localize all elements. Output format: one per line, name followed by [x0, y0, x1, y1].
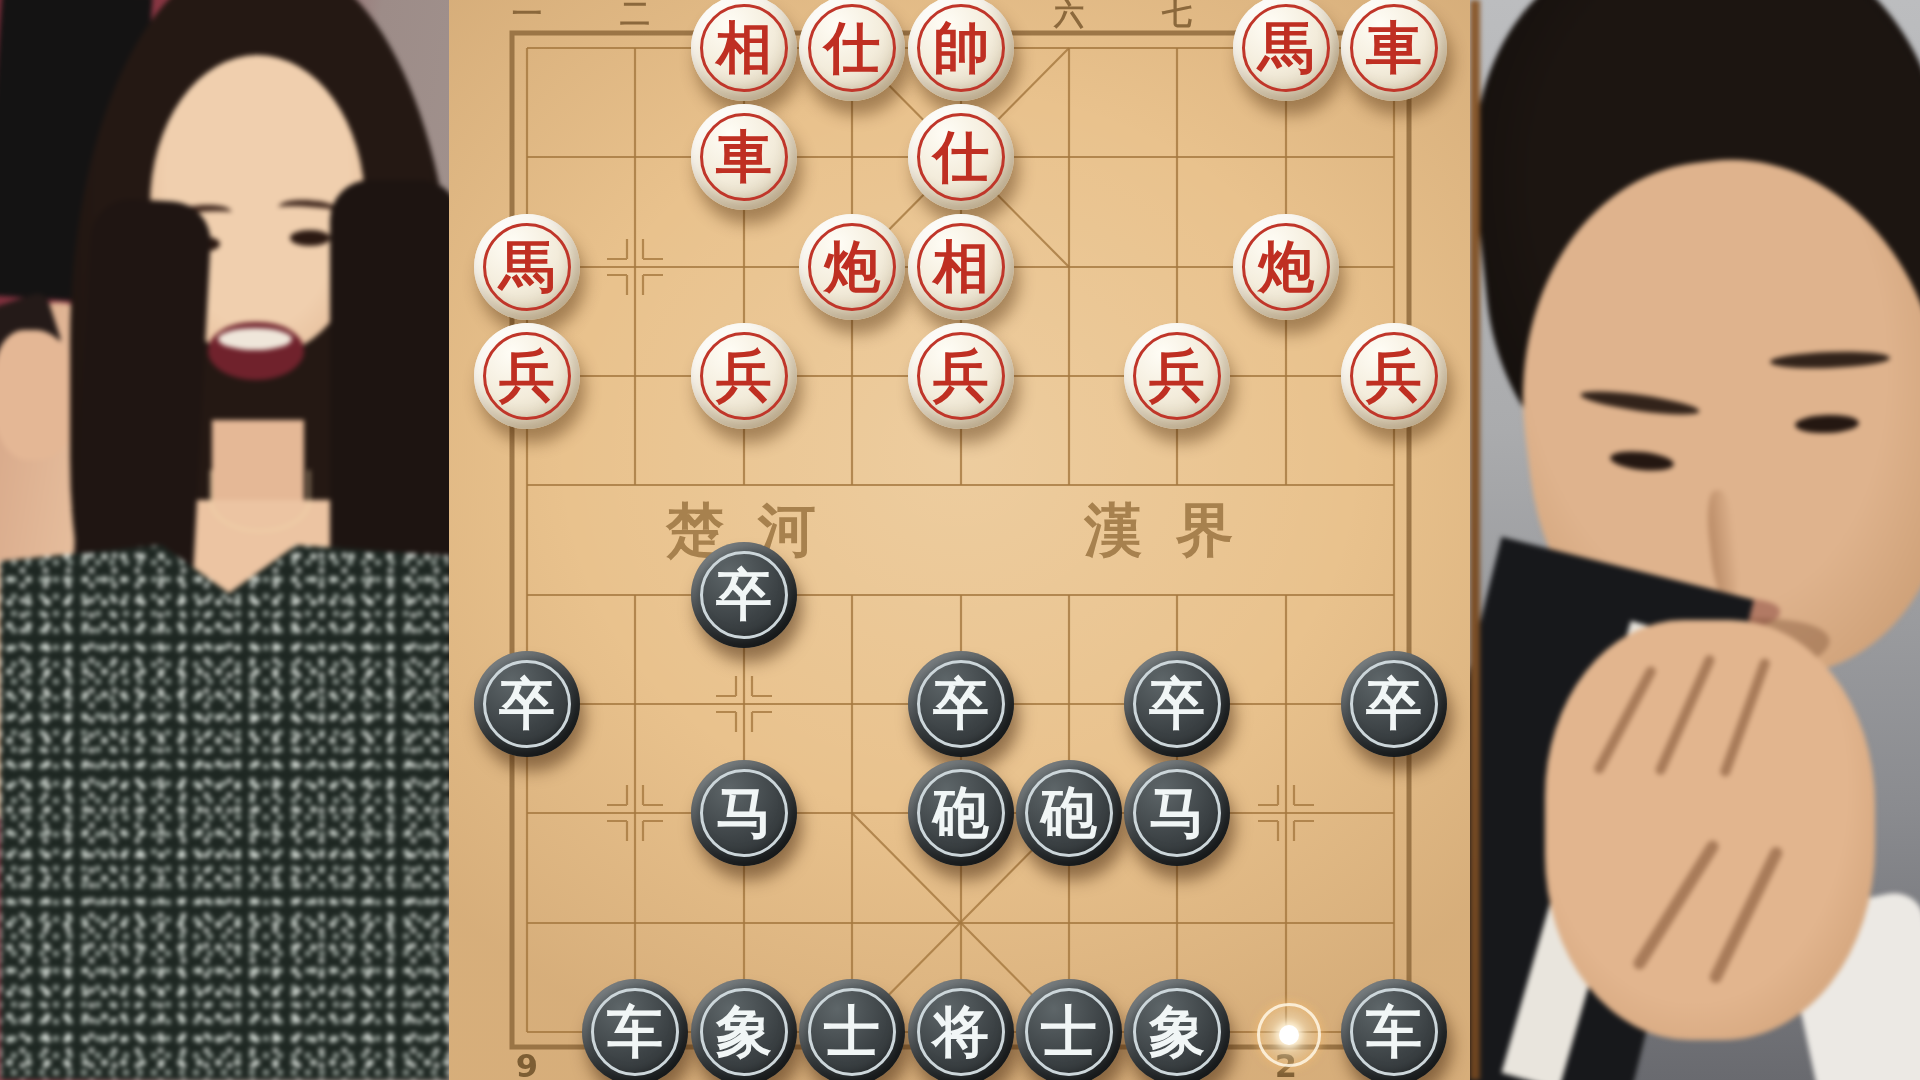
file-label-top-2: 二 [620, 0, 650, 35]
black-chariot[interactable]: 车 [582, 979, 688, 1080]
piece-character: 兵 [933, 348, 989, 404]
screenshot-stage: 楚河 漢界 一二三四五六七八九987654321 相仕帥馬車車仕馬炮相炮兵兵兵兵… [0, 0, 1920, 1080]
piece-character: 車 [1366, 20, 1422, 76]
piece-character: 砲 [1041, 785, 1097, 841]
red-horse[interactable]: 馬 [474, 214, 580, 320]
black-elephant[interactable]: 象 [1124, 979, 1230, 1080]
right-player-photo [1470, 0, 1920, 1080]
black-horse[interactable]: 马 [1124, 760, 1230, 866]
black-soldier[interactable]: 卒 [1124, 651, 1230, 757]
black-soldier[interactable]: 卒 [474, 651, 580, 757]
piece-character: 兵 [499, 348, 555, 404]
piece-character: 象 [1149, 1004, 1205, 1060]
piece-character: 卒 [1149, 676, 1205, 732]
black-soldier[interactable]: 卒 [908, 651, 1014, 757]
black-elephant[interactable]: 象 [691, 979, 797, 1080]
last-move-marker [1257, 1003, 1321, 1067]
left-player-photo [0, 0, 449, 1080]
black-cannon[interactable]: 砲 [1016, 760, 1122, 866]
black-horse[interactable]: 马 [691, 760, 797, 866]
last-move-marker-dot [1279, 1025, 1299, 1045]
red-elephant[interactable]: 相 [908, 214, 1014, 320]
piece-character: 兵 [1149, 348, 1205, 404]
black-soldier[interactable]: 卒 [691, 542, 797, 648]
file-label-top-1: 一 [512, 0, 542, 35]
piece-character: 士 [1041, 1004, 1097, 1060]
piece-character: 将 [933, 1004, 989, 1060]
piece-character: 车 [1366, 1004, 1422, 1060]
piece-character: 兵 [716, 348, 772, 404]
piece-character: 卒 [1366, 676, 1422, 732]
piece-character: 卒 [933, 676, 989, 732]
red-chariot[interactable]: 車 [691, 104, 797, 210]
red-soldier[interactable]: 兵 [908, 323, 1014, 429]
piece-character: 車 [716, 129, 772, 185]
piece-character: 帥 [933, 20, 989, 76]
xiangqi-board[interactable]: 楚河 漢界 一二三四五六七八九987654321 相仕帥馬車車仕馬炮相炮兵兵兵兵… [449, 0, 1470, 1080]
piece-character: 仕 [933, 129, 989, 185]
red-soldier[interactable]: 兵 [691, 323, 797, 429]
piece-character: 马 [1149, 785, 1205, 841]
piece-character: 馬 [499, 239, 555, 295]
red-soldier[interactable]: 兵 [1341, 323, 1447, 429]
red-soldier[interactable]: 兵 [1124, 323, 1230, 429]
piece-character: 兵 [1366, 348, 1422, 404]
black-soldier[interactable]: 卒 [1341, 651, 1447, 757]
black-cannon[interactable]: 砲 [908, 760, 1014, 866]
piece-character: 炮 [1258, 239, 1314, 295]
piece-character: 马 [716, 785, 772, 841]
black-chariot[interactable]: 车 [1341, 979, 1447, 1080]
woman-teeth [218, 328, 292, 350]
piece-character: 卒 [499, 676, 555, 732]
piece-character: 相 [716, 20, 772, 76]
red-soldier[interactable]: 兵 [474, 323, 580, 429]
piece-character: 砲 [933, 785, 989, 841]
file-label-top-7: 七 [1162, 0, 1192, 35]
piece-character: 卒 [716, 567, 772, 623]
red-chariot[interactable]: 車 [1341, 0, 1447, 101]
river-text-right: 漢界 [1050, 492, 1268, 570]
black-advisor[interactable]: 士 [1016, 979, 1122, 1080]
piece-character: 炮 [824, 239, 880, 295]
piece-character: 士 [824, 1004, 880, 1060]
piece-character: 象 [716, 1004, 772, 1060]
red-cannon[interactable]: 炮 [1233, 214, 1339, 320]
right-photo-art [1470, 0, 1920, 1080]
file-label-top-6: 六 [1054, 0, 1084, 35]
woman-floral-dress [0, 545, 449, 1080]
woman-eye [290, 230, 330, 246]
piece-character: 相 [933, 239, 989, 295]
red-elephant[interactable]: 相 [691, 0, 797, 101]
red-advisor[interactable]: 仕 [908, 104, 1014, 210]
red-general[interactable]: 帥 [908, 0, 1014, 101]
file-label-bottom-9: 9 [516, 1047, 538, 1080]
piece-character: 仕 [824, 20, 880, 76]
red-horse[interactable]: 馬 [1233, 0, 1339, 101]
board-edge-strip [1470, 0, 1480, 1080]
red-advisor[interactable]: 仕 [799, 0, 905, 101]
red-cannon[interactable]: 炮 [799, 214, 905, 320]
woman-necklace [210, 470, 310, 532]
piece-character: 车 [607, 1004, 663, 1060]
left-photo-art [0, 0, 449, 1080]
black-general[interactable]: 将 [908, 979, 1014, 1080]
black-advisor[interactable]: 士 [799, 979, 905, 1080]
piece-character: 馬 [1258, 20, 1314, 76]
